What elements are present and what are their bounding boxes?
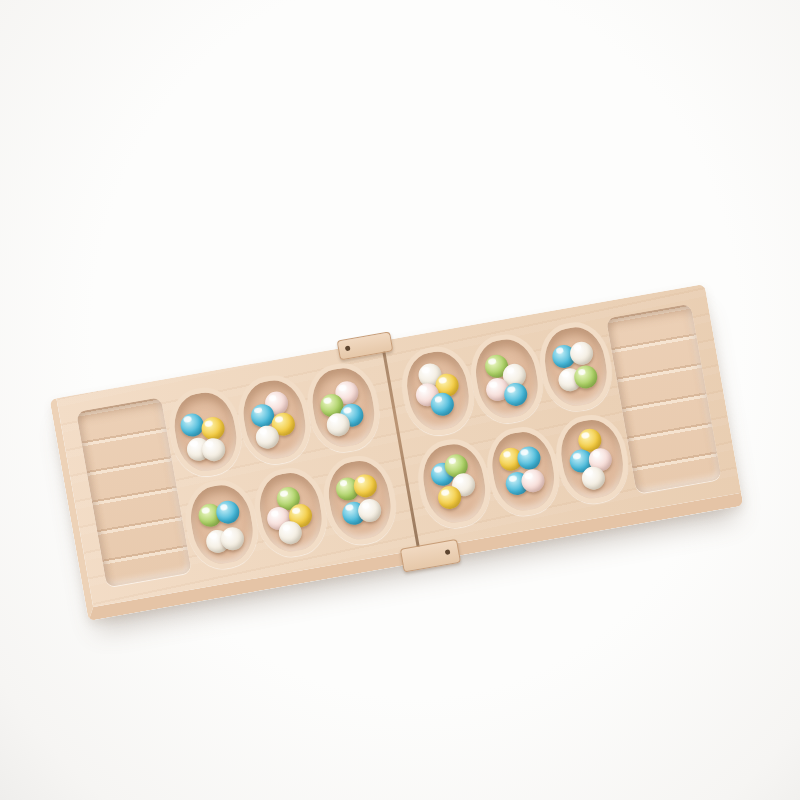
pit-cell	[550, 410, 634, 509]
board-grid	[56, 284, 741, 607]
pit-cell	[534, 317, 618, 416]
pit-top-6[interactable]	[534, 317, 618, 416]
hinge-pin-icon	[445, 549, 451, 555]
mancala-board	[50, 284, 744, 621]
hinge-pin-icon	[345, 345, 351, 351]
product-photo-scene	[0, 0, 800, 800]
pit-bottom-6[interactable]	[550, 410, 634, 509]
